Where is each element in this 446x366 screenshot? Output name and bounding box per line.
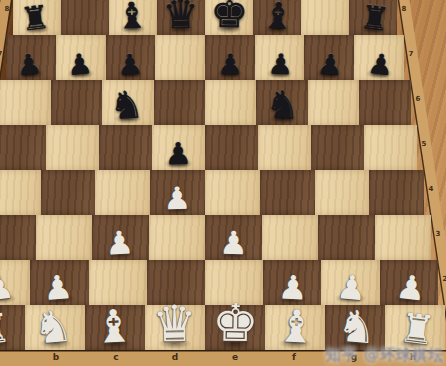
- square-b5[interactable]: [46, 125, 99, 170]
- square-h6[interactable]: [359, 80, 410, 125]
- piece-white-pawn-h2[interactable]: ♟: [380, 268, 442, 308]
- piece-black-pawn-h7[interactable]: ♟: [354, 48, 407, 82]
- file-label-a: a: [0, 352, 3, 362]
- square-e1[interactable]: ♚: [205, 305, 265, 350]
- piece-white-pawn-d4[interactable]: ♟: [150, 183, 205, 215]
- square-e4[interactable]: [205, 170, 260, 215]
- square-e7[interactable]: ♟: [205, 35, 255, 80]
- piece-black-rook-a8[interactable]: ♜: [9, 0, 61, 37]
- square-h4[interactable]: [369, 170, 424, 215]
- square-g7[interactable]: ♟: [304, 35, 354, 80]
- square-h8[interactable]: ♜: [349, 0, 397, 35]
- square-h1[interactable]: ♜: [385, 305, 445, 350]
- square-d3[interactable]: [149, 215, 206, 260]
- rank-label-right-6: 6: [413, 95, 423, 103]
- square-b1[interactable]: ♞: [25, 305, 85, 350]
- square-a6[interactable]: [0, 80, 51, 125]
- square-f2[interactable]: ♟: [263, 260, 321, 305]
- square-b4[interactable]: [41, 170, 96, 215]
- piece-white-queen-d1[interactable]: ♛: [144, 298, 205, 349]
- square-e3[interactable]: ♟: [205, 215, 262, 260]
- file-label-c: c: [110, 352, 122, 362]
- piece-white-bishop-c1[interactable]: ♝: [83, 302, 145, 350]
- piece-black-knight-f6[interactable]: ♞: [256, 85, 309, 126]
- piece-black-pawn-d5[interactable]: ♟: [151, 139, 205, 170]
- file-label-f: f: [288, 352, 300, 362]
- square-a4[interactable]: [0, 170, 41, 215]
- rank-row-3: ♟♟: [0, 215, 431, 260]
- rank-row-7: ♟♟♟♟♟♟♟: [6, 35, 404, 80]
- piece-white-knight-b1[interactable]: ♞: [22, 303, 86, 352]
- square-b3[interactable]: [36, 215, 93, 260]
- square-e6[interactable]: [205, 80, 256, 125]
- square-f5[interactable]: [258, 125, 311, 170]
- file-label-b: b: [50, 352, 62, 362]
- square-g1[interactable]: ♞: [325, 305, 385, 350]
- square-g8[interactable]: [301, 0, 349, 35]
- square-c8[interactable]: ♝: [109, 0, 157, 35]
- piece-black-pawn-c7[interactable]: ♟: [104, 50, 155, 81]
- rank-label-left-8: 8: [2, 5, 12, 13]
- piece-white-pawn-a2[interactable]: ♟: [0, 268, 30, 308]
- square-g6[interactable]: [308, 80, 359, 125]
- square-f6[interactable]: ♞: [256, 80, 307, 125]
- rank-label-right-8: 8: [399, 5, 409, 13]
- piece-black-knight-c6[interactable]: ♞: [100, 85, 153, 126]
- square-d7[interactable]: [155, 35, 205, 80]
- square-b6[interactable]: [51, 80, 102, 125]
- piece-black-queen-d8[interactable]: ♛: [156, 0, 205, 34]
- square-e8[interactable]: ♚: [205, 0, 253, 35]
- square-h2[interactable]: ♟: [380, 260, 438, 305]
- square-c4[interactable]: [95, 170, 150, 215]
- piece-white-knight-g1[interactable]: ♞: [325, 303, 389, 352]
- piece-black-pawn-e7[interactable]: ♟: [205, 51, 255, 80]
- chess-app-screen: ♜♝♛♚♝♜♟♟♟♟♟♟♟♞♞♟♟♟♟♟♟♟♟♟♜♞♝♛♚♝♞♜ abcdefg…: [0, 0, 446, 366]
- square-d8[interactable]: ♛: [157, 0, 205, 35]
- rank-row-1: ♜♞♝♛♚♝♞♜: [0, 305, 445, 350]
- square-f7[interactable]: ♟: [255, 35, 305, 80]
- square-f3[interactable]: [262, 215, 319, 260]
- piece-white-bishop-f1[interactable]: ♝: [265, 302, 327, 350]
- square-g3[interactable]: [318, 215, 375, 260]
- rank-row-8: ♜♝♛♚♝♜: [13, 0, 397, 35]
- square-f1[interactable]: ♝: [265, 305, 325, 350]
- square-c7[interactable]: ♟: [106, 35, 156, 80]
- square-d1[interactable]: ♛: [145, 305, 205, 350]
- square-d5[interactable]: ♟: [152, 125, 205, 170]
- square-d6[interactable]: [154, 80, 205, 125]
- rank-label-right-4: 4: [426, 185, 436, 193]
- square-g5[interactable]: [311, 125, 364, 170]
- rank-row-6: ♞♞: [0, 80, 411, 125]
- piece-black-pawn-g7[interactable]: ♟: [305, 49, 357, 81]
- square-a3[interactable]: [0, 215, 36, 260]
- square-b7[interactable]: ♟: [56, 35, 106, 80]
- piece-white-pawn-e3[interactable]: ♟: [205, 227, 262, 260]
- square-h3[interactable]: [375, 215, 432, 260]
- rank-label-left-7: 7: [0, 50, 5, 58]
- file-label-d: d: [169, 352, 181, 362]
- square-f4[interactable]: [260, 170, 315, 215]
- square-b8[interactable]: [61, 0, 109, 35]
- square-b2[interactable]: ♟: [30, 260, 88, 305]
- square-e5[interactable]: [205, 125, 258, 170]
- watermark-text: 知乎 @环球棋坛: [326, 346, 444, 365]
- square-c6[interactable]: ♞: [102, 80, 153, 125]
- square-a8[interactable]: ♜: [13, 0, 61, 35]
- square-d4[interactable]: ♟: [150, 170, 205, 215]
- square-c5[interactable]: [99, 125, 152, 170]
- piece-black-king-e8[interactable]: ♚: [205, 0, 254, 34]
- piece-black-bishop-c8[interactable]: ♝: [107, 0, 157, 35]
- piece-black-pawn-b7[interactable]: ♟: [54, 49, 106, 81]
- square-c2[interactable]: [89, 260, 147, 305]
- square-g2[interactable]: ♟: [321, 260, 379, 305]
- square-a2[interactable]: ♟: [0, 260, 30, 305]
- rank-label-right-3: 3: [433, 230, 443, 238]
- square-g4[interactable]: [315, 170, 370, 215]
- square-c3[interactable]: ♟: [92, 215, 149, 260]
- square-c1[interactable]: ♝: [85, 305, 145, 350]
- file-label-e: e: [229, 352, 241, 362]
- rank-row-5: ♟: [0, 125, 417, 170]
- rank-label-right-5: 5: [419, 140, 429, 148]
- square-a7[interactable]: ♟: [6, 35, 56, 80]
- square-a5[interactable]: [0, 125, 46, 170]
- square-h7[interactable]: ♟: [354, 35, 404, 80]
- piece-black-rook-h8[interactable]: ♜: [349, 0, 401, 37]
- piece-white-pawn-c3[interactable]: ♟: [90, 226, 148, 261]
- square-h5[interactable]: [364, 125, 417, 170]
- rank-row-4: ♟: [0, 170, 424, 215]
- rank-label-right-2: 2: [440, 275, 446, 283]
- piece-black-pawn-f7[interactable]: ♟: [255, 50, 306, 81]
- piece-black-bishop-f8[interactable]: ♝: [253, 0, 303, 35]
- square-f8[interactable]: ♝: [253, 0, 301, 35]
- rank-label-right-7: 7: [406, 50, 416, 58]
- piece-white-king-e1[interactable]: ♚: [205, 296, 266, 349]
